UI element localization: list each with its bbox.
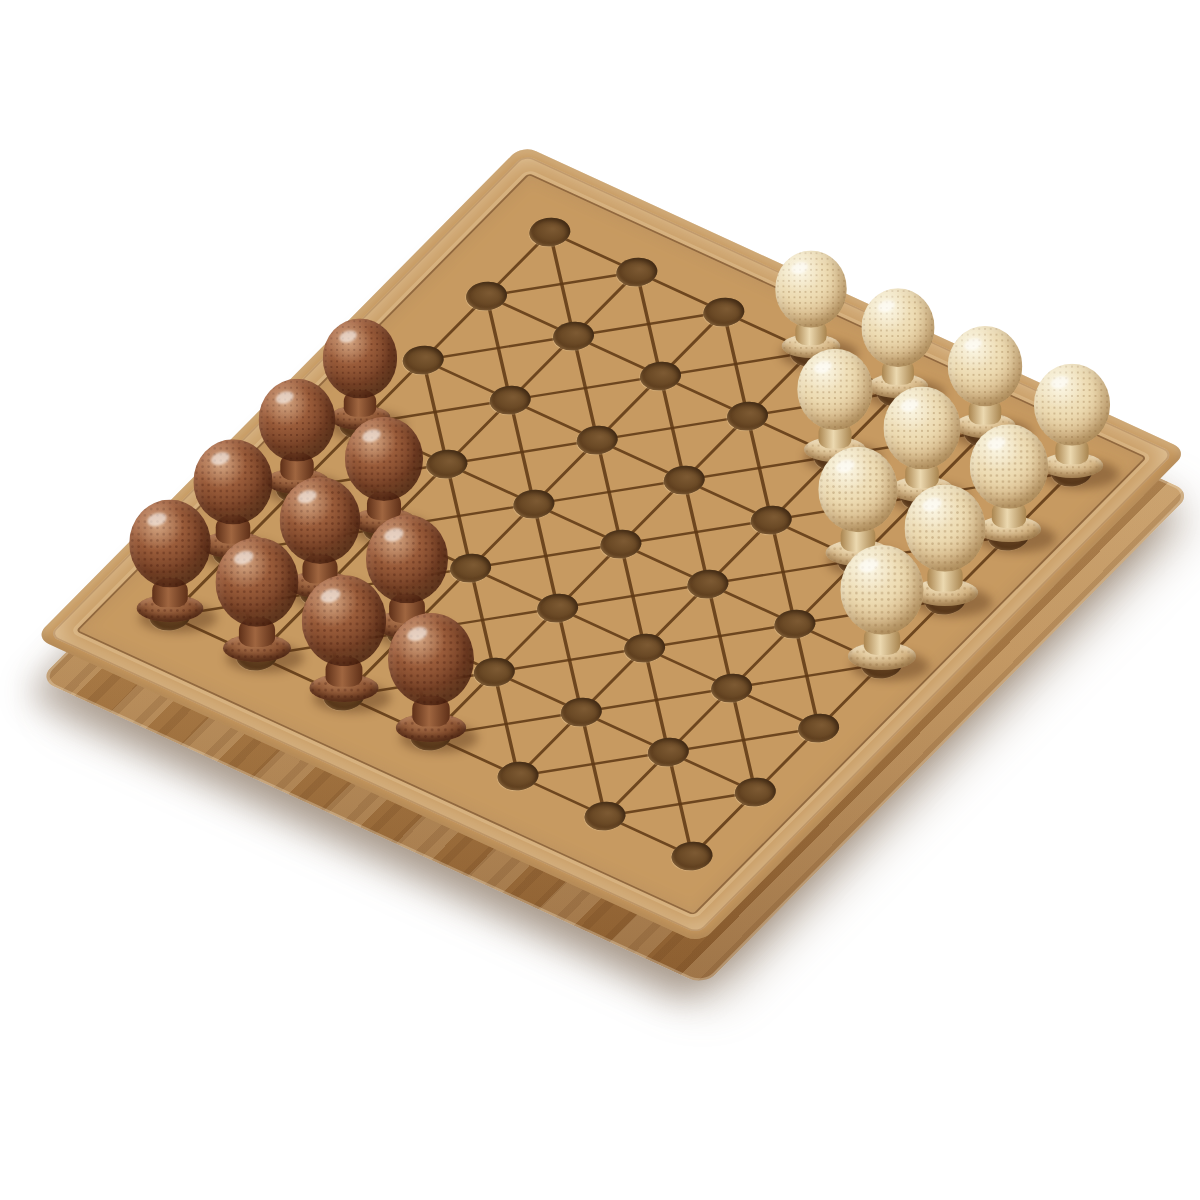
peg-head bbox=[129, 500, 211, 588]
page: { "game": "halma", "variant": "mini-halm… bbox=[0, 0, 1200, 1200]
peg-head bbox=[388, 613, 474, 706]
photo-stage bbox=[0, 0, 1200, 1200]
peg-head bbox=[302, 575, 387, 666]
peg-head bbox=[797, 349, 873, 430]
peg-head bbox=[819, 447, 898, 533]
brown-peg[interactable] bbox=[212, 536, 301, 662]
peg-head bbox=[216, 537, 299, 626]
brown-peg[interactable] bbox=[385, 612, 478, 742]
cream-peg[interactable] bbox=[772, 250, 849, 358]
peg-head bbox=[840, 545, 923, 635]
peg-head bbox=[775, 250, 847, 327]
pegs-layer bbox=[0, 0, 1200, 1200]
cream-peg[interactable] bbox=[837, 544, 927, 670]
brown-peg[interactable] bbox=[126, 499, 214, 622]
brown-peg[interactable] bbox=[299, 574, 390, 702]
